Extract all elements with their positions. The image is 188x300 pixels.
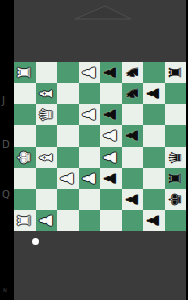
square[interactable]: ♟ (100, 168, 122, 189)
black-pawn: ♟ (102, 171, 119, 186)
square[interactable]: ♛ (36, 104, 58, 125)
white-pawn: ♟ (81, 65, 98, 80)
square[interactable] (57, 125, 79, 146)
square[interactable] (79, 189, 101, 210)
square[interactable]: ♜ (14, 210, 36, 231)
square[interactable]: ♜ (14, 62, 36, 83)
square[interactable] (57, 83, 79, 104)
square[interactable] (14, 104, 36, 125)
square[interactable] (36, 62, 58, 83)
square[interactable] (143, 104, 165, 125)
square[interactable]: ♟ (79, 104, 101, 125)
square[interactable]: ♟ (100, 147, 122, 168)
app-content: ♜♟♟♞♜♝♞♟♛♟♟♟♟♚♝♟♛♟♟♟♜♟♚♜♟♟ ⚑ ↻ White to … (14, 0, 186, 300)
square[interactable]: ♝ (36, 83, 58, 104)
square[interactable]: ♚ (165, 189, 187, 210)
black-king: ♚ (167, 192, 184, 207)
nav-glyph-3: Q (2, 190, 10, 200)
square[interactable] (165, 104, 187, 125)
white-pawn: ♟ (81, 107, 98, 122)
square[interactable]: ♟ (57, 168, 79, 189)
square[interactable]: ♚ (14, 147, 36, 168)
square[interactable]: ♟ (79, 168, 101, 189)
square[interactable] (36, 168, 58, 189)
side-nav-strip: J D Q N (0, 0, 14, 300)
square[interactable] (143, 147, 165, 168)
app-screen: J D Q N ♜♟♟♞♜♝♞♟♛♟♟♟♟♚♝♟♛♟♟♟♜♟♚♜♟♟ ⚑ ↻ W… (0, 0, 188, 300)
square[interactable] (36, 125, 58, 146)
square[interactable] (57, 189, 79, 210)
square[interactable] (79, 147, 101, 168)
square[interactable] (143, 62, 165, 83)
square[interactable] (122, 210, 144, 231)
white-bishop: ♝ (38, 149, 55, 164)
square[interactable] (143, 125, 165, 146)
black-rook: ♜ (167, 171, 184, 186)
dropdown-arrow-icon (14, 0, 186, 62)
black-pawn: ♟ (102, 65, 119, 80)
square[interactable]: ♛ (165, 147, 187, 168)
square[interactable] (122, 168, 144, 189)
white-king: ♚ (16, 149, 33, 164)
square[interactable] (122, 147, 144, 168)
square[interactable] (57, 62, 79, 83)
puzzle-selector-bar[interactable] (14, 0, 186, 62)
square[interactable]: ♞ (122, 83, 144, 104)
black-rook: ♜ (167, 65, 184, 80)
black-pawn: ♟ (102, 107, 119, 122)
white-rook: ♜ (16, 65, 33, 80)
white-pawn: ♟ (102, 149, 119, 164)
right-edge-strip (186, 0, 188, 300)
square[interactable] (79, 83, 101, 104)
white-bishop: ♝ (38, 86, 55, 101)
square[interactable]: ♟ (100, 125, 122, 146)
white-rook: ♜ (16, 213, 33, 228)
square[interactable] (122, 104, 144, 125)
black-queen: ♛ (167, 149, 184, 164)
square[interactable]: ♟ (122, 189, 144, 210)
square[interactable] (165, 210, 187, 231)
square[interactable] (165, 83, 187, 104)
nav-glyph-small: N (3, 288, 7, 293)
square[interactable] (100, 210, 122, 231)
square[interactable]: ♝ (36, 147, 58, 168)
square[interactable] (57, 104, 79, 125)
white-pawn: ♟ (59, 171, 76, 186)
square[interactable] (143, 168, 165, 189)
white-pawn: ♟ (102, 128, 119, 143)
square[interactable] (14, 83, 36, 104)
square[interactable] (143, 189, 165, 210)
square[interactable]: ♟ (143, 83, 165, 104)
black-knight: ♞ (124, 65, 141, 80)
square[interactable] (14, 189, 36, 210)
square[interactable]: ♟ (79, 62, 101, 83)
square[interactable]: ♟ (36, 210, 58, 231)
bottom-bar: ⚑ ↻ White to move (14, 231, 186, 300)
black-knight: ♞ (124, 86, 141, 101)
square[interactable]: ♟ (122, 125, 144, 146)
square[interactable]: ♟ (143, 210, 165, 231)
white-pawn: ♟ (81, 171, 98, 186)
black-pawn: ♟ (124, 128, 141, 143)
chess-board: ♜♟♟♞♜♝♞♟♛♟♟♟♟♚♝♟♛♟♟♟♜♟♚♜♟♟ (14, 62, 186, 231)
square[interactable]: ♞ (122, 62, 144, 83)
square[interactable] (36, 189, 58, 210)
square[interactable] (57, 210, 79, 231)
nav-glyph-1: J (2, 96, 5, 106)
white-pawn: ♟ (38, 213, 55, 228)
black-pawn: ♟ (145, 86, 162, 101)
square[interactable]: ♜ (165, 62, 187, 83)
square[interactable] (79, 210, 101, 231)
nav-glyph-2: D (2, 140, 10, 150)
square[interactable] (165, 125, 187, 146)
square[interactable]: ♟ (100, 62, 122, 83)
progress-dot (32, 238, 39, 245)
square[interactable] (57, 147, 79, 168)
square[interactable]: ♜ (165, 168, 187, 189)
square[interactable] (100, 189, 122, 210)
white-queen: ♛ (38, 107, 55, 122)
square[interactable] (79, 125, 101, 146)
black-pawn: ♟ (145, 213, 162, 228)
square[interactable] (14, 168, 36, 189)
square[interactable] (100, 83, 122, 104)
black-pawn: ♟ (124, 192, 141, 207)
square[interactable] (14, 125, 36, 146)
square[interactable]: ♟ (100, 104, 122, 125)
